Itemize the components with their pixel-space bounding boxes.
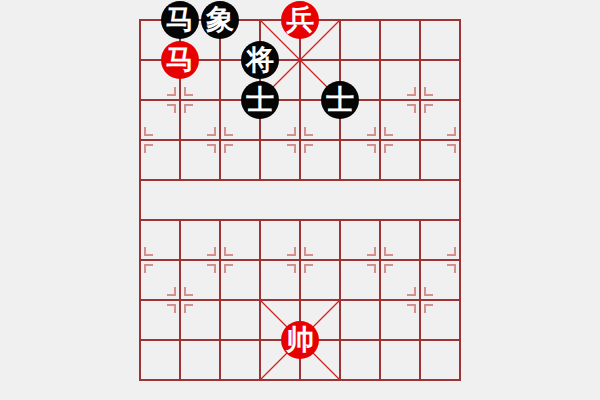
piece-black-horse[interactable]: 马 [161,1,199,39]
piece-black-advisor[interactable]: 士 [241,81,279,119]
xiangqi-board: 马象兵马将士士帅 [0,0,600,400]
piece-black-elephant[interactable]: 象 [201,1,239,39]
piece-grid: 马象兵马将士士帅 [120,0,480,400]
piece-red-general[interactable]: 帅 [281,321,319,359]
piece-black-general[interactable]: 将 [241,41,279,79]
piece-red-horse[interactable]: 马 [161,41,199,79]
piece-red-soldier[interactable]: 兵 [281,1,319,39]
piece-black-advisor[interactable]: 士 [321,81,359,119]
